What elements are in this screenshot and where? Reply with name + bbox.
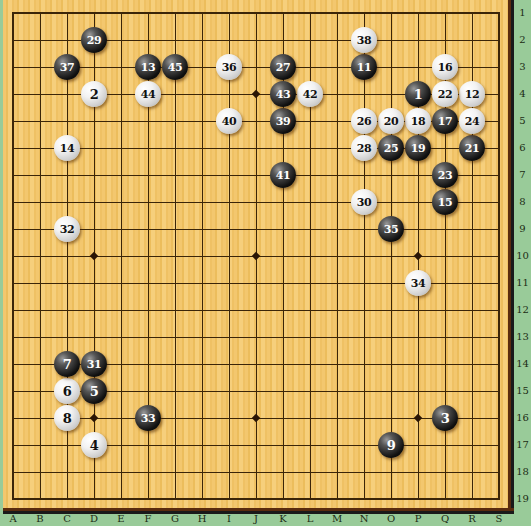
coord-label-col-O: O	[383, 512, 399, 526]
stone-black-19: 19	[405, 135, 431, 161]
coord-label-col-D: D	[86, 512, 102, 526]
stone-white-6: 6	[54, 378, 80, 404]
coord-label-col-P: P	[410, 512, 426, 526]
coord-label-col-J: J	[248, 512, 264, 526]
grid-line-horizontal	[12, 310, 500, 311]
coord-label-row-1: 1	[514, 7, 531, 19]
stone-black-21: 21	[459, 135, 485, 161]
grid-line-vertical	[391, 12, 392, 500]
stone-black-39: 39	[270, 108, 296, 134]
stone-black-45: 45	[162, 54, 188, 80]
grid-line-vertical	[337, 12, 338, 500]
stone-black-31: 31	[81, 351, 107, 377]
stone-black-17: 17	[432, 108, 458, 134]
stone-white-26: 26	[351, 108, 377, 134]
stone-black-5: 5	[81, 378, 107, 404]
stone-black-11: 11	[351, 54, 377, 80]
grid-line-vertical	[498, 12, 500, 500]
stone-black-3: 3	[432, 405, 458, 431]
go-board[interactable]: 1234567891112131415161718192021222324252…	[0, 0, 531, 526]
stone-white-4: 4	[81, 432, 107, 458]
stone-white-8: 8	[54, 405, 80, 431]
coord-label-row-4: 4	[514, 88, 531, 100]
coord-label-row-16: 16	[514, 412, 531, 424]
coord-label-col-L: L	[302, 512, 318, 526]
grid-line-vertical	[364, 12, 365, 500]
stone-black-9: 9	[378, 432, 404, 458]
stone-black-23: 23	[432, 162, 458, 188]
grid-line-horizontal	[12, 472, 500, 473]
coord-label-row-12: 12	[514, 304, 531, 316]
coord-label-col-E: E	[113, 512, 129, 526]
stone-black-7: 7	[54, 351, 80, 377]
coord-label-row-18: 18	[514, 466, 531, 478]
coord-label-col-K: K	[275, 512, 291, 526]
stone-white-44: 44	[135, 81, 161, 107]
stone-white-36: 36	[216, 54, 242, 80]
coord-label-col-S: S	[491, 512, 507, 526]
coord-label-col-B: B	[32, 512, 48, 526]
stone-black-41: 41	[270, 162, 296, 188]
stone-black-35: 35	[378, 216, 404, 242]
stone-black-37: 37	[54, 54, 80, 80]
coord-label-col-N: N	[356, 512, 372, 526]
coord-label-row-8: 8	[514, 196, 531, 208]
stone-white-38: 38	[351, 27, 377, 53]
coord-label-row-17: 17	[514, 439, 531, 451]
coord-label-col-C: C	[59, 512, 75, 526]
coord-label-row-13: 13	[514, 331, 531, 343]
coord-label-row-15: 15	[514, 385, 531, 397]
coord-label-row-11: 11	[514, 277, 531, 289]
coord-label-row-10: 10	[514, 250, 531, 262]
stone-white-22: 22	[432, 81, 458, 107]
stone-white-18: 18	[405, 108, 431, 134]
coord-label-row-2: 2	[514, 34, 531, 46]
coord-label-row-14: 14	[514, 358, 531, 370]
stone-white-32: 32	[54, 216, 80, 242]
coord-label-col-I: I	[221, 512, 237, 526]
coord-label-col-A: A	[5, 512, 21, 526]
stone-black-25: 25	[378, 135, 404, 161]
stone-black-15: 15	[432, 189, 458, 215]
coord-label-row-9: 9	[514, 223, 531, 235]
coord-label-row-7: 7	[514, 169, 531, 181]
stone-black-43: 43	[270, 81, 296, 107]
coord-label-col-R: R	[464, 512, 480, 526]
stone-white-42: 42	[297, 81, 323, 107]
coord-label-col-G: G	[167, 512, 183, 526]
stone-white-16: 16	[432, 54, 458, 80]
stone-black-1: 1	[405, 81, 431, 107]
coord-label-row-19: 19	[514, 493, 531, 505]
stone-black-29: 29	[81, 27, 107, 53]
coord-label-col-M: M	[329, 512, 345, 526]
coord-label-row-6: 6	[514, 142, 531, 154]
stone-white-28: 28	[351, 135, 377, 161]
stone-black-27: 27	[270, 54, 296, 80]
stone-white-12: 12	[459, 81, 485, 107]
coord-label-col-F: F	[140, 512, 156, 526]
coord-label-col-H: H	[194, 512, 210, 526]
coord-label-row-3: 3	[514, 61, 531, 73]
stone-white-20: 20	[378, 108, 404, 134]
stone-white-14: 14	[54, 135, 80, 161]
stone-white-34: 34	[405, 270, 431, 296]
grid-line-horizontal	[12, 337, 500, 338]
stone-white-40: 40	[216, 108, 242, 134]
coord-label-col-Q: Q	[437, 512, 453, 526]
stone-white-30: 30	[351, 189, 377, 215]
grid-line-horizontal	[12, 498, 500, 500]
stone-black-13: 13	[135, 54, 161, 80]
stone-white-24: 24	[459, 108, 485, 134]
coord-label-row-5: 5	[514, 115, 531, 127]
stone-white-2: 2	[81, 81, 107, 107]
stone-black-33: 33	[135, 405, 161, 431]
